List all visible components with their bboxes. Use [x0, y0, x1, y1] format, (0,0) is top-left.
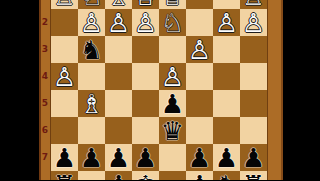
square-c6[interactable] [186, 117, 213, 144]
square-f4[interactable] [105, 63, 132, 90]
square-d8[interactable] [159, 171, 186, 180]
square-e4[interactable] [132, 63, 159, 90]
square-g3[interactable]: ♞ [78, 36, 105, 63]
square-h5[interactable] [51, 90, 78, 117]
piece-white-pawn: ♙ [215, 10, 238, 36]
square-e8[interactable]: ♚ [132, 171, 159, 180]
square-c1[interactable] [186, 0, 213, 9]
square-d6[interactable]: ♛ [159, 117, 186, 144]
square-b5[interactable] [213, 90, 240, 117]
square-h8[interactable]: ♜ [51, 171, 78, 180]
piece-white-pawn: ♙ [188, 37, 211, 63]
square-b2[interactable]: ♙ [213, 9, 240, 36]
chess-board: ♖♘♗♔♕♖♙♙♙♘♙♙♞♙♙♙♗♟♛♟♟♟♟♟♟♟♜♝♚♝♞♜ [51, 0, 267, 180]
piece-white-bishop: ♗ [80, 91, 103, 117]
square-g6[interactable] [78, 117, 105, 144]
square-c5[interactable] [186, 90, 213, 117]
square-d4[interactable]: ♙ [159, 63, 186, 90]
piece-black-pawn: ♟ [80, 145, 103, 171]
rank-label-5: 5 [39, 90, 51, 117]
piece-black-pawn: ♟ [53, 145, 76, 171]
piece-black-rook: ♜ [53, 172, 76, 181]
piece-white-pawn: ♙ [161, 64, 184, 90]
square-a3[interactable] [240, 36, 267, 63]
square-b3[interactable] [213, 36, 240, 63]
piece-black-pawn: ♟ [188, 145, 211, 171]
square-e6[interactable] [132, 117, 159, 144]
rank-label-1: 1 [39, 0, 51, 9]
square-f6[interactable] [105, 117, 132, 144]
square-h3[interactable] [51, 36, 78, 63]
piece-black-rook: ♜ [242, 172, 265, 181]
square-g7[interactable]: ♟ [78, 144, 105, 171]
square-b4[interactable] [213, 63, 240, 90]
rank-label-7: 7 [39, 144, 51, 171]
piece-black-bishop: ♝ [107, 172, 130, 181]
square-d2[interactable]: ♘ [159, 9, 186, 36]
piece-black-pawn: ♟ [134, 145, 157, 171]
square-h4[interactable]: ♙ [51, 63, 78, 90]
square-a5[interactable] [240, 90, 267, 117]
rank-label-8: 8 [39, 171, 51, 180]
square-c4[interactable] [186, 63, 213, 90]
piece-black-pawn: ♟ [107, 145, 130, 171]
square-e3[interactable] [132, 36, 159, 63]
piece-white-pawn: ♙ [134, 10, 157, 36]
piece-black-king: ♚ [134, 172, 157, 181]
rank-label-2: 2 [39, 9, 51, 36]
square-g2[interactable]: ♙ [78, 9, 105, 36]
square-h2[interactable] [51, 9, 78, 36]
square-b6[interactable] [213, 117, 240, 144]
square-e5[interactable] [132, 90, 159, 117]
square-a8[interactable]: ♜ [240, 171, 267, 180]
square-e7[interactable]: ♟ [132, 144, 159, 171]
piece-black-queen: ♛ [161, 118, 184, 144]
square-b8[interactable]: ♞ [213, 171, 240, 180]
piece-white-pawn: ♙ [53, 64, 76, 90]
piece-white-pawn: ♙ [107, 10, 130, 36]
piece-white-rook: ♖ [53, 0, 76, 9]
piece-black-pawn: ♟ [242, 145, 265, 171]
square-f3[interactable] [105, 36, 132, 63]
piece-black-bishop: ♝ [188, 172, 211, 181]
square-g8[interactable] [78, 171, 105, 180]
square-c8[interactable]: ♝ [186, 171, 213, 180]
rank-label-3: 3 [39, 36, 51, 63]
piece-black-knight: ♞ [80, 37, 103, 63]
square-f2[interactable]: ♙ [105, 9, 132, 36]
square-f8[interactable]: ♝ [105, 171, 132, 180]
rank-label-6: 6 [39, 117, 51, 144]
square-a6[interactable] [240, 117, 267, 144]
square-d7[interactable] [159, 144, 186, 171]
square-f7[interactable]: ♟ [105, 144, 132, 171]
rank-label-4: 4 [39, 63, 51, 90]
square-a7[interactable]: ♟ [240, 144, 267, 171]
square-c2[interactable] [186, 9, 213, 36]
square-c3[interactable]: ♙ [186, 36, 213, 63]
video-frame: 12345678 ♖♘♗♔♕♖♙♙♙♘♙♙♞♙♙♙♗♟♛♟♟♟♟♟♟♟♜♝♚♝♞… [0, 0, 320, 180]
piece-white-knight: ♘ [161, 10, 184, 36]
square-h7[interactable]: ♟ [51, 144, 78, 171]
square-d3[interactable] [159, 36, 186, 63]
square-h1[interactable]: ♖ [51, 0, 78, 9]
square-a4[interactable] [240, 63, 267, 90]
square-d5[interactable]: ♟ [159, 90, 186, 117]
piece-white-pawn: ♙ [242, 10, 265, 36]
piece-black-pawn: ♟ [161, 91, 184, 117]
square-c7[interactable]: ♟ [186, 144, 213, 171]
chess-board-frame: 12345678 ♖♘♗♔♕♖♙♙♙♘♙♙♞♙♙♙♗♟♛♟♟♟♟♟♟♟♜♝♚♝♞… [39, 0, 283, 180]
square-h6[interactable] [51, 117, 78, 144]
square-g4[interactable] [78, 63, 105, 90]
square-e2[interactable]: ♙ [132, 9, 159, 36]
square-b7[interactable]: ♟ [213, 144, 240, 171]
square-a2[interactable]: ♙ [240, 9, 267, 36]
square-f5[interactable] [105, 90, 132, 117]
square-g5[interactable]: ♗ [78, 90, 105, 117]
piece-black-pawn: ♟ [215, 145, 238, 171]
piece-black-knight: ♞ [215, 172, 238, 181]
piece-white-pawn: ♙ [80, 10, 103, 36]
